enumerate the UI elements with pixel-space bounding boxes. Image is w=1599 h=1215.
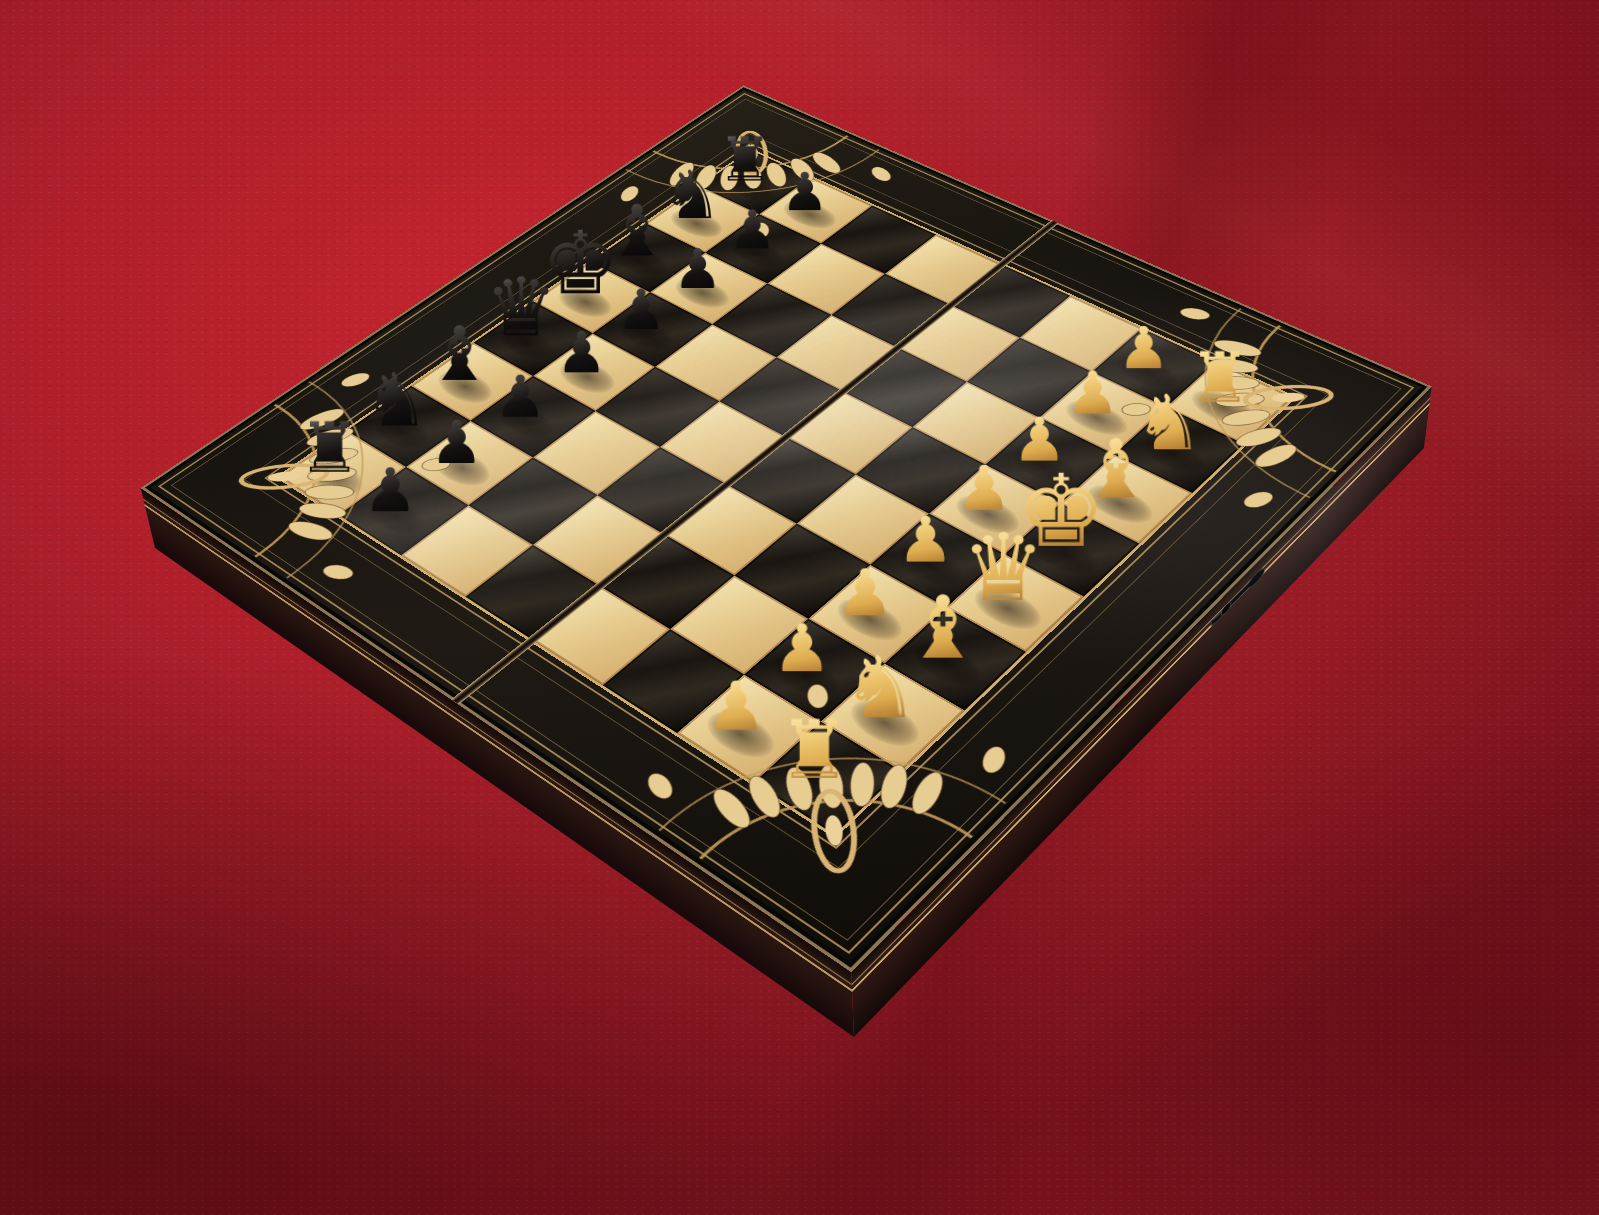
piece-white-rook[interactable]: ♜ <box>761 712 866 789</box>
box-top: ♜♟♟♜♞♟♟♞♝♟♟♝♚♟♟♚♛♟♟♛♝♟♟♝♞♟♟♞♜♟♟♜ <box>141 85 1432 972</box>
chess-box: ♜♟♟♜♞♟♟♞♝♟♟♝♚♟♟♚♛♟♟♛♝♟♟♝♞♟♟♞♜♟♟♜ <box>155 141 1424 1037</box>
piece-black-pawn[interactable]: ♟ <box>344 463 436 520</box>
